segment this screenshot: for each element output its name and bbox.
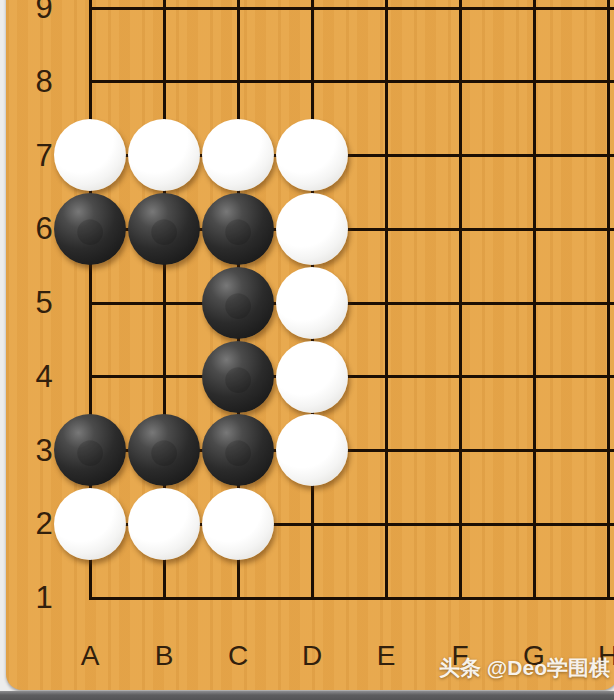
intersection-C2[interactable]: ●	[201, 487, 275, 561]
intersection-D4[interactable]: ●	[275, 340, 349, 414]
intersection-B5[interactable]	[127, 266, 201, 340]
white-stone-D7[interactable]: ●	[276, 119, 348, 191]
intersection-B2[interactable]: ●	[127, 487, 201, 561]
black-stone-B3[interactable]: ●	[128, 414, 200, 486]
intersection-G6[interactable]	[497, 192, 571, 266]
intersection-A2[interactable]: ●	[53, 487, 127, 561]
intersection-G7[interactable]	[497, 119, 571, 193]
black-stone-A6[interactable]: ●	[54, 193, 126, 265]
white-stone-D4[interactable]: ●	[276, 341, 348, 413]
intersection-H5[interactable]	[571, 266, 614, 340]
intersection-B7[interactable]: ●	[127, 119, 201, 193]
col-label-E: E	[366, 640, 406, 672]
col-label-A: A	[70, 640, 110, 672]
intersection-G4[interactable]	[497, 340, 571, 414]
intersection-F6[interactable]	[423, 192, 497, 266]
intersection-A8[interactable]	[53, 45, 127, 119]
white-stone-D6[interactable]: ●	[276, 193, 348, 265]
intersection-H3[interactable]	[571, 414, 614, 488]
intersection-E8[interactable]	[349, 45, 423, 119]
intersection-H8[interactable]	[571, 45, 614, 119]
intersection-A9[interactable]	[53, 0, 127, 45]
intersection-C4[interactable]: ●	[201, 340, 275, 414]
intersection-C9[interactable]	[201, 0, 275, 45]
intersection-H4[interactable]	[571, 340, 614, 414]
intersection-A1[interactable]	[53, 561, 127, 635]
intersection-C5[interactable]: ●	[201, 266, 275, 340]
intersection-B9[interactable]	[127, 0, 201, 45]
intersection-G9[interactable]	[497, 0, 571, 45]
intersection-B1[interactable]	[127, 561, 201, 635]
black-stone-C4[interactable]: ●	[202, 341, 274, 413]
intersection-G1[interactable]	[497, 561, 571, 635]
intersection-C6[interactable]: ●	[201, 192, 275, 266]
intersection-B8[interactable]	[127, 45, 201, 119]
white-stone-C7[interactable]: ●	[202, 119, 274, 191]
intersection-D1[interactable]	[275, 561, 349, 635]
board-intersections: ●●●●●●●●●●●●●●●●●●●	[53, 0, 614, 635]
col-label-C: C	[218, 640, 258, 672]
intersection-B3[interactable]: ●	[127, 414, 201, 488]
col-label-D: D	[292, 640, 332, 672]
bottom-bar	[0, 691, 614, 700]
intersection-H6[interactable]	[571, 192, 614, 266]
intersection-C1[interactable]	[201, 561, 275, 635]
intersection-D3[interactable]: ●	[275, 414, 349, 488]
intersection-E1[interactable]	[349, 561, 423, 635]
intersection-F3[interactable]	[423, 414, 497, 488]
white-stone-B7[interactable]: ●	[128, 119, 200, 191]
intersection-F9[interactable]	[423, 0, 497, 45]
intersection-G5[interactable]	[497, 266, 571, 340]
white-stone-D3[interactable]: ●	[276, 414, 348, 486]
intersection-F2[interactable]	[423, 487, 497, 561]
intersection-D6[interactable]: ●	[275, 192, 349, 266]
intersection-H7[interactable]	[571, 119, 614, 193]
intersection-D8[interactable]	[275, 45, 349, 119]
intersection-D9[interactable]	[275, 0, 349, 45]
intersection-F4[interactable]	[423, 340, 497, 414]
intersection-E6[interactable]	[349, 192, 423, 266]
intersection-B4[interactable]	[127, 340, 201, 414]
intersection-D5[interactable]: ●	[275, 266, 349, 340]
intersection-E5[interactable]	[349, 266, 423, 340]
intersection-G2[interactable]	[497, 487, 571, 561]
intersection-D7[interactable]: ●	[275, 119, 349, 193]
black-stone-C6[interactable]: ●	[202, 193, 274, 265]
intersection-H2[interactable]	[571, 487, 614, 561]
intersection-D2[interactable]	[275, 487, 349, 561]
intersection-F5[interactable]	[423, 266, 497, 340]
white-stone-C2[interactable]: ●	[202, 488, 274, 560]
screenshot-root: 987654321ABCDEFGH ●●●●●●●●●●●●●●●●●●● 头条…	[0, 0, 614, 700]
intersection-A5[interactable]	[53, 266, 127, 340]
intersection-C7[interactable]: ●	[201, 119, 275, 193]
watermark-text: 头条 @Deo学围棋	[439, 654, 610, 682]
white-stone-A2[interactable]: ●	[54, 488, 126, 560]
intersection-G3[interactable]	[497, 414, 571, 488]
intersection-F1[interactable]	[423, 561, 497, 635]
intersection-F8[interactable]	[423, 45, 497, 119]
intersection-E3[interactable]	[349, 414, 423, 488]
intersection-C3[interactable]: ●	[201, 414, 275, 488]
white-stone-D5[interactable]: ●	[276, 267, 348, 339]
black-stone-A3[interactable]: ●	[54, 414, 126, 486]
intersection-E9[interactable]	[349, 0, 423, 45]
intersection-B6[interactable]: ●	[127, 192, 201, 266]
intersection-E7[interactable]	[349, 119, 423, 193]
intersection-E2[interactable]	[349, 487, 423, 561]
white-stone-B2[interactable]: ●	[128, 488, 200, 560]
intersection-A6[interactable]: ●	[53, 192, 127, 266]
intersection-A3[interactable]: ●	[53, 414, 127, 488]
intersection-A4[interactable]	[53, 340, 127, 414]
black-stone-C3[interactable]: ●	[202, 414, 274, 486]
white-stone-A7[interactable]: ●	[54, 119, 126, 191]
intersection-F7[interactable]	[423, 119, 497, 193]
intersection-E4[interactable]	[349, 340, 423, 414]
col-label-B: B	[144, 640, 184, 672]
intersection-H9[interactable]	[571, 0, 614, 45]
black-stone-B6[interactable]: ●	[128, 193, 200, 265]
intersection-A7[interactable]: ●	[53, 119, 127, 193]
intersection-H1[interactable]	[571, 561, 614, 635]
intersection-C8[interactable]	[201, 45, 275, 119]
black-stone-C5[interactable]: ●	[202, 267, 274, 339]
intersection-G8[interactable]	[497, 45, 571, 119]
